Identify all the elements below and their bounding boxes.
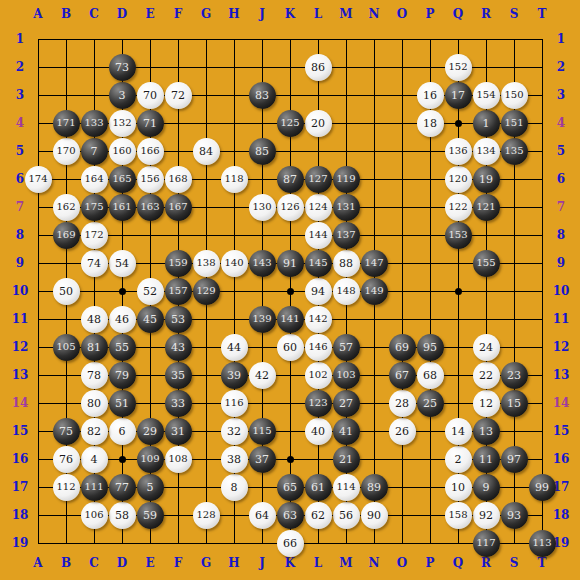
stone-F15-move-31[interactable]: 31 bbox=[165, 418, 192, 445]
stone-C9-move-74[interactable]: 74 bbox=[81, 250, 108, 277]
col-label-top-G: G bbox=[194, 7, 218, 21]
stone-Q8-move-153[interactable]: 153 bbox=[445, 222, 472, 249]
stone-R7-move-121[interactable]: 121 bbox=[473, 194, 500, 221]
stone-F12-move-43[interactable]: 43 bbox=[165, 334, 192, 361]
stone-E16-move-109[interactable]: 109 bbox=[137, 446, 164, 473]
stone-F10-move-157[interactable]: 157 bbox=[165, 278, 192, 305]
stone-L2-move-86[interactable]: 86 bbox=[305, 54, 332, 81]
stone-D5-move-160[interactable]: 160 bbox=[109, 138, 136, 165]
col-label-bottom-J: J bbox=[250, 556, 274, 570]
col-label-top-M: M bbox=[334, 7, 358, 21]
col-label-top-Q: Q bbox=[446, 7, 470, 21]
stone-P3-move-16[interactable]: 16 bbox=[417, 82, 444, 109]
stone-B10-move-50[interactable]: 50 bbox=[53, 278, 80, 305]
stone-M12-move-57[interactable]: 57 bbox=[333, 334, 360, 361]
stone-F16-move-108[interactable]: 108 bbox=[165, 446, 192, 473]
stone-C11-move-48[interactable]: 48 bbox=[81, 306, 108, 333]
stone-K12-move-60[interactable]: 60 bbox=[277, 334, 304, 361]
stone-H9-move-140[interactable]: 140 bbox=[221, 250, 248, 277]
stone-L18-move-62[interactable]: 62 bbox=[305, 502, 332, 529]
stone-C13-move-78[interactable]: 78 bbox=[81, 362, 108, 389]
stone-D9-move-54[interactable]: 54 bbox=[109, 250, 136, 277]
stone-C14-move-80[interactable]: 80 bbox=[81, 390, 108, 417]
stone-L7-move-124[interactable]: 124 bbox=[305, 194, 332, 221]
stone-D6-move-165[interactable]: 165 bbox=[109, 166, 136, 193]
stone-D2-move-73[interactable]: 73 bbox=[109, 54, 136, 81]
stone-K18-move-63[interactable]: 63 bbox=[277, 502, 304, 529]
stone-R18-move-92[interactable]: 92 bbox=[473, 502, 500, 529]
stone-E5-move-166[interactable]: 166 bbox=[137, 138, 164, 165]
col-label-bottom-T: T bbox=[530, 556, 554, 570]
col-label-top-E: E bbox=[138, 7, 162, 21]
stone-P4-move-18[interactable]: 18 bbox=[417, 110, 444, 137]
col-label-top-K: K bbox=[278, 7, 302, 21]
stone-D3-move-3[interactable]: 3 bbox=[109, 82, 136, 109]
stone-M10-move-148[interactable]: 148 bbox=[333, 278, 360, 305]
stone-N10-move-149[interactable]: 149 bbox=[361, 278, 388, 305]
stone-C16-move-4[interactable]: 4 bbox=[81, 446, 108, 473]
stone-M9-move-88[interactable]: 88 bbox=[333, 250, 360, 277]
col-label-top-D: D bbox=[110, 7, 134, 21]
stone-E6-move-156[interactable]: 156 bbox=[137, 166, 164, 193]
col-label-top-T: T bbox=[530, 7, 554, 21]
stone-Q7-move-122[interactable]: 122 bbox=[445, 194, 472, 221]
stone-Q17-move-10[interactable]: 10 bbox=[445, 474, 472, 501]
stone-H13-move-39[interactable]: 39 bbox=[221, 362, 248, 389]
stone-K7-move-126[interactable]: 126 bbox=[277, 194, 304, 221]
stone-B4-move-171[interactable]: 171 bbox=[53, 110, 80, 137]
stone-F13-move-35[interactable]: 35 bbox=[165, 362, 192, 389]
stone-R5-move-134[interactable]: 134 bbox=[473, 138, 500, 165]
stone-O12-move-69[interactable]: 69 bbox=[389, 334, 416, 361]
col-label-top-B: B bbox=[54, 7, 78, 21]
stone-K17-move-65[interactable]: 65 bbox=[277, 474, 304, 501]
stone-B5-move-170[interactable]: 170 bbox=[53, 138, 80, 165]
stone-H17-move-8[interactable]: 8 bbox=[221, 474, 248, 501]
stone-L14-move-123[interactable]: 123 bbox=[305, 390, 332, 417]
star-point-D10 bbox=[119, 288, 126, 295]
stone-J5-move-85[interactable]: 85 bbox=[249, 138, 276, 165]
stone-K4-move-125[interactable]: 125 bbox=[277, 110, 304, 137]
stone-N17-move-89[interactable]: 89 bbox=[361, 474, 388, 501]
stone-B7-move-162[interactable]: 162 bbox=[53, 194, 80, 221]
stone-G9-move-138[interactable]: 138 bbox=[193, 250, 220, 277]
stone-S16-move-97[interactable]: 97 bbox=[501, 446, 528, 473]
stone-D18-move-58[interactable]: 58 bbox=[109, 502, 136, 529]
stone-R9-move-155[interactable]: 155 bbox=[473, 250, 500, 277]
stone-R19-move-117[interactable]: 117 bbox=[473, 530, 500, 557]
stone-E7-move-163[interactable]: 163 bbox=[137, 194, 164, 221]
stone-A6-move-174[interactable]: 174 bbox=[25, 166, 52, 193]
stone-L17-move-61[interactable]: 61 bbox=[305, 474, 332, 501]
stone-N9-move-147[interactable]: 147 bbox=[361, 250, 388, 277]
stone-Q18-move-158[interactable]: 158 bbox=[445, 502, 472, 529]
stone-D12-move-55[interactable]: 55 bbox=[109, 334, 136, 361]
stone-F9-move-159[interactable]: 159 bbox=[165, 250, 192, 277]
stone-C5-move-7[interactable]: 7 bbox=[81, 138, 108, 165]
col-label-bottom-F: F bbox=[166, 556, 190, 570]
stone-L6-move-127[interactable]: 127 bbox=[305, 166, 332, 193]
stone-G5-move-84[interactable]: 84 bbox=[193, 138, 220, 165]
stone-E10-move-52[interactable]: 52 bbox=[137, 278, 164, 305]
go-board[interactable]: 1234567891011121314151617181920212223242… bbox=[24, 25, 556, 557]
stone-Q6-move-120[interactable]: 120 bbox=[445, 166, 472, 193]
stone-E17-move-5[interactable]: 5 bbox=[137, 474, 164, 501]
stone-R13-move-22[interactable]: 22 bbox=[473, 362, 500, 389]
stone-D15-move-6[interactable]: 6 bbox=[109, 418, 136, 445]
stone-K9-move-91[interactable]: 91 bbox=[277, 250, 304, 277]
stone-M8-move-137[interactable]: 137 bbox=[333, 222, 360, 249]
col-label-top-F: F bbox=[166, 7, 190, 21]
col-label-top-J: J bbox=[250, 7, 274, 21]
stone-P13-move-68[interactable]: 68 bbox=[417, 362, 444, 389]
stone-O15-move-26[interactable]: 26 bbox=[389, 418, 416, 445]
stone-G18-move-128[interactable]: 128 bbox=[193, 502, 220, 529]
stone-R6-move-19[interactable]: 19 bbox=[473, 166, 500, 193]
stone-S3-move-150[interactable]: 150 bbox=[501, 82, 528, 109]
stone-R17-move-9[interactable]: 9 bbox=[473, 474, 500, 501]
stone-H16-move-38[interactable]: 38 bbox=[221, 446, 248, 473]
stone-M15-move-41[interactable]: 41 bbox=[333, 418, 360, 445]
stone-S5-move-135[interactable]: 135 bbox=[501, 138, 528, 165]
stone-R4-move-1[interactable]: 1 bbox=[473, 110, 500, 137]
col-label-bottom-H: H bbox=[222, 556, 246, 570]
col-label-bottom-A: A bbox=[26, 556, 50, 570]
col-label-top-A: A bbox=[26, 7, 50, 21]
stone-D11-move-46[interactable]: 46 bbox=[109, 306, 136, 333]
col-label-bottom-G: G bbox=[194, 556, 218, 570]
col-label-bottom-P: P bbox=[418, 556, 442, 570]
stone-F14-move-33[interactable]: 33 bbox=[165, 390, 192, 417]
col-label-bottom-D: D bbox=[110, 556, 134, 570]
stone-R15-move-13[interactable]: 13 bbox=[473, 418, 500, 445]
stone-L11-move-142[interactable]: 142 bbox=[305, 306, 332, 333]
stone-E11-move-45[interactable]: 45 bbox=[137, 306, 164, 333]
col-label-bottom-R: R bbox=[474, 556, 498, 570]
stone-T17-move-99[interactable]: 99 bbox=[529, 474, 556, 501]
stone-T19-move-113[interactable]: 113 bbox=[529, 530, 556, 557]
stone-O14-move-28[interactable]: 28 bbox=[389, 390, 416, 417]
stone-L10-move-94[interactable]: 94 bbox=[305, 278, 332, 305]
col-label-bottom-C: C bbox=[82, 556, 106, 570]
star-point-K16 bbox=[287, 456, 294, 463]
stone-B16-move-76[interactable]: 76 bbox=[53, 446, 80, 473]
stone-K6-move-87[interactable]: 87 bbox=[277, 166, 304, 193]
col-label-top-H: H bbox=[222, 7, 246, 21]
stone-J7-move-130[interactable]: 130 bbox=[249, 194, 276, 221]
stone-H14-move-116[interactable]: 116 bbox=[221, 390, 248, 417]
col-label-top-P: P bbox=[418, 7, 442, 21]
stone-D13-move-79[interactable]: 79 bbox=[109, 362, 136, 389]
stone-J15-move-115[interactable]: 115 bbox=[249, 418, 276, 445]
col-label-top-N: N bbox=[362, 7, 386, 21]
stone-N18-move-90[interactable]: 90 bbox=[361, 502, 388, 529]
col-label-top-R: R bbox=[474, 7, 498, 21]
stone-R3-move-154[interactable]: 154 bbox=[473, 82, 500, 109]
stone-B17-move-112[interactable]: 112 bbox=[53, 474, 80, 501]
stone-B15-move-75[interactable]: 75 bbox=[53, 418, 80, 445]
stone-G10-move-129[interactable]: 129 bbox=[193, 278, 220, 305]
stone-C6-move-164[interactable]: 164 bbox=[81, 166, 108, 193]
stone-J13-move-42[interactable]: 42 bbox=[249, 362, 276, 389]
stone-H6-move-118[interactable]: 118 bbox=[221, 166, 248, 193]
stone-J16-move-37[interactable]: 37 bbox=[249, 446, 276, 473]
star-point-Q10 bbox=[455, 288, 462, 295]
col-label-bottom-N: N bbox=[362, 556, 386, 570]
stone-Q3-move-17[interactable]: 17 bbox=[445, 82, 472, 109]
stone-M6-move-119[interactable]: 119 bbox=[333, 166, 360, 193]
stone-M17-move-114[interactable]: 114 bbox=[333, 474, 360, 501]
stone-S4-move-151[interactable]: 151 bbox=[501, 110, 528, 137]
col-label-top-L: L bbox=[306, 7, 330, 21]
stone-D7-move-161[interactable]: 161 bbox=[109, 194, 136, 221]
stone-B8-move-169[interactable]: 169 bbox=[53, 222, 80, 249]
star-point-Q4 bbox=[455, 120, 462, 127]
stone-E18-move-59[interactable]: 59 bbox=[137, 502, 164, 529]
col-label-bottom-K: K bbox=[278, 556, 302, 570]
stone-M18-move-56[interactable]: 56 bbox=[333, 502, 360, 529]
stone-C4-move-133[interactable]: 133 bbox=[81, 110, 108, 137]
col-label-bottom-L: L bbox=[306, 556, 330, 570]
stone-C7-move-175[interactable]: 175 bbox=[81, 194, 108, 221]
stone-O13-move-67[interactable]: 67 bbox=[389, 362, 416, 389]
col-label-bottom-Q: Q bbox=[446, 556, 470, 570]
stone-L12-move-146[interactable]: 146 bbox=[305, 334, 332, 361]
stone-C15-move-82[interactable]: 82 bbox=[81, 418, 108, 445]
stone-D4-move-132[interactable]: 132 bbox=[109, 110, 136, 137]
go-board-diagram: AABBCCDDEEFFGGHHJJKKLLMMNNOOPPQQRRSSTT11… bbox=[0, 0, 580, 580]
stone-H15-move-32[interactable]: 32 bbox=[221, 418, 248, 445]
stone-M13-move-103[interactable]: 103 bbox=[333, 362, 360, 389]
star-point-D16 bbox=[119, 456, 126, 463]
stone-E15-move-29[interactable]: 29 bbox=[137, 418, 164, 445]
stone-L4-move-20[interactable]: 20 bbox=[305, 110, 332, 137]
stone-C17-move-111[interactable]: 111 bbox=[81, 474, 108, 501]
stone-F6-move-168[interactable]: 168 bbox=[165, 166, 192, 193]
col-label-bottom-O: O bbox=[390, 556, 414, 570]
stone-S13-move-23[interactable]: 23 bbox=[501, 362, 528, 389]
stone-R12-move-24[interactable]: 24 bbox=[473, 334, 500, 361]
col-label-bottom-S: S bbox=[502, 556, 526, 570]
col-label-bottom-M: M bbox=[334, 556, 358, 570]
stone-J9-move-143[interactable]: 143 bbox=[249, 250, 276, 277]
col-label-top-S: S bbox=[502, 7, 526, 21]
stone-C12-move-81[interactable]: 81 bbox=[81, 334, 108, 361]
stone-L15-move-40[interactable]: 40 bbox=[305, 418, 332, 445]
col-label-top-O: O bbox=[390, 7, 414, 21]
col-label-bottom-B: B bbox=[54, 556, 78, 570]
stone-H12-move-44[interactable]: 44 bbox=[221, 334, 248, 361]
stone-Q16-move-2[interactable]: 2 bbox=[445, 446, 472, 473]
stone-Q2-move-152[interactable]: 152 bbox=[445, 54, 472, 81]
stone-D14-move-51[interactable]: 51 bbox=[109, 390, 136, 417]
stone-F11-move-53[interactable]: 53 bbox=[165, 306, 192, 333]
star-point-K10 bbox=[287, 288, 294, 295]
stone-R16-move-11[interactable]: 11 bbox=[473, 446, 500, 473]
stone-P12-move-95[interactable]: 95 bbox=[417, 334, 444, 361]
stone-K19-move-66[interactable]: 66 bbox=[277, 530, 304, 557]
stone-S14-move-15[interactable]: 15 bbox=[501, 390, 528, 417]
stone-L9-move-145[interactable]: 145 bbox=[305, 250, 332, 277]
stone-E4-move-71[interactable]: 71 bbox=[137, 110, 164, 137]
stone-Q5-move-136[interactable]: 136 bbox=[445, 138, 472, 165]
stone-C8-move-172[interactable]: 172 bbox=[81, 222, 108, 249]
stone-J18-move-64[interactable]: 64 bbox=[249, 502, 276, 529]
stone-M16-move-21[interactable]: 21 bbox=[333, 446, 360, 473]
stone-M14-move-27[interactable]: 27 bbox=[333, 390, 360, 417]
stone-L8-move-144[interactable]: 144 bbox=[305, 222, 332, 249]
stone-K11-move-141[interactable]: 141 bbox=[277, 306, 304, 333]
stone-L13-move-102[interactable]: 102 bbox=[305, 362, 332, 389]
stone-C18-move-106[interactable]: 106 bbox=[81, 502, 108, 529]
stone-R14-move-12[interactable]: 12 bbox=[473, 390, 500, 417]
stone-J3-move-83[interactable]: 83 bbox=[249, 82, 276, 109]
stone-S18-move-93[interactable]: 93 bbox=[501, 502, 528, 529]
stone-F7-move-167[interactable]: 167 bbox=[165, 194, 192, 221]
stone-J11-move-139[interactable]: 139 bbox=[249, 306, 276, 333]
stone-Q15-move-14[interactable]: 14 bbox=[445, 418, 472, 445]
stone-B12-move-105[interactable]: 105 bbox=[53, 334, 80, 361]
stone-F3-move-72[interactable]: 72 bbox=[165, 82, 192, 109]
stone-E3-move-70[interactable]: 70 bbox=[137, 82, 164, 109]
stone-P14-move-25[interactable]: 25 bbox=[417, 390, 444, 417]
col-label-top-C: C bbox=[82, 7, 106, 21]
stone-D17-move-77[interactable]: 77 bbox=[109, 474, 136, 501]
stone-M7-move-131[interactable]: 131 bbox=[333, 194, 360, 221]
col-label-bottom-E: E bbox=[138, 556, 162, 570]
